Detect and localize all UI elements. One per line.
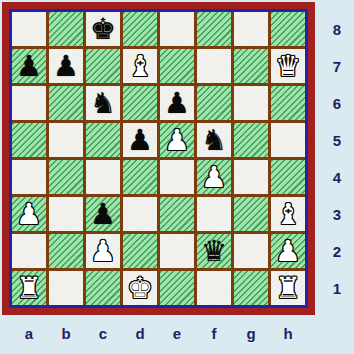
square-d1[interactable]: ♚ bbox=[123, 271, 157, 305]
square-f8[interactable] bbox=[197, 12, 231, 46]
file-label-a: a bbox=[12, 318, 46, 348]
square-b6[interactable] bbox=[49, 86, 83, 120]
square-b7[interactable]: ♟ bbox=[49, 49, 83, 83]
square-h8[interactable] bbox=[271, 12, 305, 46]
square-a6[interactable] bbox=[12, 86, 46, 120]
file-labels: abcdefgh bbox=[12, 318, 305, 348]
square-c7[interactable] bbox=[86, 49, 120, 83]
square-a8[interactable] bbox=[12, 12, 46, 46]
square-b4[interactable] bbox=[49, 160, 83, 194]
square-c1[interactable] bbox=[86, 271, 120, 305]
square-a3[interactable]: ♟ bbox=[12, 197, 46, 231]
square-c3[interactable]: ♟ bbox=[86, 197, 120, 231]
file-label-f: f bbox=[197, 318, 231, 348]
square-h2[interactable]: ♟ bbox=[271, 234, 305, 268]
square-g7[interactable] bbox=[234, 49, 268, 83]
file-label-b: b bbox=[49, 318, 83, 348]
piece-white-king[interactable]: ♚ bbox=[127, 271, 153, 305]
square-b5[interactable] bbox=[49, 123, 83, 157]
square-a5[interactable] bbox=[12, 123, 46, 157]
square-f6[interactable] bbox=[197, 86, 231, 120]
square-c5[interactable] bbox=[86, 123, 120, 157]
square-b2[interactable] bbox=[49, 234, 83, 268]
square-e7[interactable] bbox=[160, 49, 194, 83]
piece-black-queen[interactable]: ♛ bbox=[201, 234, 227, 268]
square-e5[interactable]: ♟ bbox=[160, 123, 194, 157]
square-c8[interactable]: ♚ bbox=[86, 12, 120, 46]
piece-black-knight[interactable]: ♞ bbox=[201, 123, 227, 157]
piece-black-king[interactable]: ♚ bbox=[90, 12, 116, 46]
rank-label-8: 8 bbox=[322, 12, 352, 46]
piece-white-pawn[interactable]: ♟ bbox=[16, 197, 42, 231]
square-f2[interactable]: ♛ bbox=[197, 234, 231, 268]
square-b1[interactable] bbox=[49, 271, 83, 305]
piece-white-pawn[interactable]: ♟ bbox=[201, 160, 227, 194]
square-f5[interactable]: ♞ bbox=[197, 123, 231, 157]
square-c4[interactable] bbox=[86, 160, 120, 194]
rank-label-2: 2 bbox=[322, 234, 352, 268]
square-h1[interactable]: ♜ bbox=[271, 271, 305, 305]
square-a4[interactable] bbox=[12, 160, 46, 194]
piece-white-bishop[interactable]: ♝ bbox=[127, 49, 153, 83]
square-g5[interactable] bbox=[234, 123, 268, 157]
square-e1[interactable] bbox=[160, 271, 194, 305]
square-h7[interactable]: ♛ bbox=[271, 49, 305, 83]
square-a7[interactable]: ♟ bbox=[12, 49, 46, 83]
piece-black-pawn[interactable]: ♟ bbox=[16, 49, 42, 83]
square-g1[interactable] bbox=[234, 271, 268, 305]
square-g6[interactable] bbox=[234, 86, 268, 120]
square-g2[interactable] bbox=[234, 234, 268, 268]
square-b8[interactable] bbox=[49, 12, 83, 46]
square-d3[interactable] bbox=[123, 197, 157, 231]
piece-white-pawn[interactable]: ♟ bbox=[90, 234, 116, 268]
square-d8[interactable] bbox=[123, 12, 157, 46]
square-h5[interactable] bbox=[271, 123, 305, 157]
piece-black-pawn[interactable]: ♟ bbox=[90, 197, 116, 231]
piece-black-pawn[interactable]: ♟ bbox=[164, 86, 190, 120]
square-g8[interactable] bbox=[234, 12, 268, 46]
file-label-c: c bbox=[86, 318, 120, 348]
square-d4[interactable] bbox=[123, 160, 157, 194]
piece-white-pawn[interactable]: ♟ bbox=[164, 123, 190, 157]
piece-black-pawn[interactable]: ♟ bbox=[53, 49, 79, 83]
square-f7[interactable] bbox=[197, 49, 231, 83]
piece-black-pawn[interactable]: ♟ bbox=[127, 123, 153, 157]
piece-white-pawn[interactable]: ♟ bbox=[275, 234, 301, 268]
square-g4[interactable] bbox=[234, 160, 268, 194]
rank-label-5: 5 bbox=[322, 123, 352, 157]
piece-white-queen[interactable]: ♛ bbox=[275, 49, 301, 83]
file-label-d: d bbox=[123, 318, 157, 348]
file-label-e: e bbox=[160, 318, 194, 348]
square-d7[interactable]: ♝ bbox=[123, 49, 157, 83]
rank-labels: 87654321 bbox=[322, 12, 352, 305]
board-inner-border: ♚♟♟♝♛♞♟♟♟♞♟♟♟♝♟♛♟♜♚♜ bbox=[9, 9, 308, 308]
square-e3[interactable] bbox=[160, 197, 194, 231]
square-c6[interactable]: ♞ bbox=[86, 86, 120, 120]
square-e4[interactable] bbox=[160, 160, 194, 194]
rank-label-4: 4 bbox=[322, 160, 352, 194]
piece-white-rook[interactable]: ♜ bbox=[275, 271, 301, 305]
square-d2[interactable] bbox=[123, 234, 157, 268]
square-e2[interactable] bbox=[160, 234, 194, 268]
file-label-h: h bbox=[271, 318, 305, 348]
square-f1[interactable] bbox=[197, 271, 231, 305]
file-label-g: g bbox=[234, 318, 268, 348]
square-a2[interactable] bbox=[12, 234, 46, 268]
board-grid: ♚♟♟♝♛♞♟♟♟♞♟♟♟♝♟♛♟♜♚♜ bbox=[12, 12, 305, 305]
square-e8[interactable] bbox=[160, 12, 194, 46]
piece-black-knight[interactable]: ♞ bbox=[90, 86, 116, 120]
square-e6[interactable]: ♟ bbox=[160, 86, 194, 120]
rank-label-7: 7 bbox=[322, 49, 352, 83]
square-d6[interactable] bbox=[123, 86, 157, 120]
rank-label-1: 1 bbox=[322, 271, 352, 305]
square-f3[interactable] bbox=[197, 197, 231, 231]
square-f4[interactable]: ♟ bbox=[197, 160, 231, 194]
square-d5[interactable]: ♟ bbox=[123, 123, 157, 157]
piece-white-bishop[interactable]: ♝ bbox=[275, 197, 301, 231]
piece-white-rook[interactable]: ♜ bbox=[16, 271, 42, 305]
square-g3[interactable] bbox=[234, 197, 268, 231]
board-frame: ♚♟♟♝♛♞♟♟♟♞♟♟♟♝♟♛♟♜♚♜ bbox=[2, 2, 315, 315]
rank-label-6: 6 bbox=[322, 86, 352, 120]
square-a1[interactable]: ♜ bbox=[12, 271, 46, 305]
rank-label-3: 3 bbox=[322, 197, 352, 231]
square-c2[interactable]: ♟ bbox=[86, 234, 120, 268]
square-h4[interactable] bbox=[271, 160, 305, 194]
square-h6[interactable] bbox=[271, 86, 305, 120]
square-b3[interactable] bbox=[49, 197, 83, 231]
square-h3[interactable]: ♝ bbox=[271, 197, 305, 231]
